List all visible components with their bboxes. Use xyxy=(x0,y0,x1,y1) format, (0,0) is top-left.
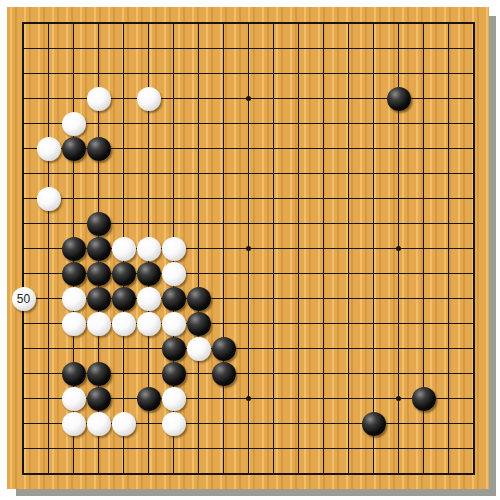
black-stone xyxy=(87,212,111,236)
black-stone xyxy=(112,287,136,311)
black-stone xyxy=(87,387,111,411)
white-stone xyxy=(37,137,61,161)
black-stone xyxy=(62,262,86,286)
go-board[interactable]: 50 xyxy=(7,7,489,489)
white-stone xyxy=(87,412,111,436)
black-stone xyxy=(187,312,211,336)
white-stone xyxy=(112,237,136,261)
black-stone xyxy=(212,337,236,361)
black-stone xyxy=(87,137,111,161)
white-stone xyxy=(162,412,186,436)
white-stone xyxy=(162,312,186,336)
white-stone xyxy=(87,312,111,336)
white-stone xyxy=(37,187,61,211)
black-stone xyxy=(362,412,386,436)
white-stone xyxy=(87,87,111,111)
white-stone xyxy=(137,312,161,336)
white-stone xyxy=(62,112,86,136)
move-number-label: 50 xyxy=(12,287,36,311)
star-point xyxy=(246,246,251,251)
black-stone xyxy=(187,287,211,311)
black-stone xyxy=(62,362,86,386)
page: 50 xyxy=(0,0,500,500)
black-stone xyxy=(87,262,111,286)
black-stone xyxy=(87,237,111,261)
black-stone xyxy=(387,87,411,111)
black-stone xyxy=(212,362,236,386)
star-point xyxy=(396,246,401,251)
white-stone xyxy=(62,312,86,336)
white-stone xyxy=(62,387,86,411)
black-stone xyxy=(112,262,136,286)
white-stone xyxy=(112,412,136,436)
star-point xyxy=(246,96,251,101)
white-stone xyxy=(137,237,161,261)
white-stone xyxy=(162,387,186,411)
black-stone xyxy=(162,287,186,311)
star-point xyxy=(246,396,251,401)
black-stone xyxy=(62,137,86,161)
black-stone xyxy=(412,387,436,411)
white-stone xyxy=(112,312,136,336)
black-stone xyxy=(162,337,186,361)
black-stone xyxy=(162,362,186,386)
white-stone xyxy=(62,412,86,436)
black-stone xyxy=(87,362,111,386)
white-stone xyxy=(187,337,211,361)
black-stone xyxy=(137,262,161,286)
white-stone xyxy=(62,287,86,311)
white-stone xyxy=(162,262,186,286)
white-stone xyxy=(137,87,161,111)
black-stone xyxy=(137,387,161,411)
white-stone xyxy=(162,237,186,261)
star-point xyxy=(396,396,401,401)
black-stone xyxy=(62,237,86,261)
black-stone xyxy=(87,287,111,311)
white-stone xyxy=(137,287,161,311)
